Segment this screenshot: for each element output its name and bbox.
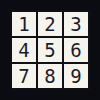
cell-r2c3[interactable]: 6 (64, 38, 88, 62)
cell-r3c1[interactable]: 7 (12, 64, 36, 88)
cell-r2c1[interactable]: 4 (12, 38, 36, 62)
cell-r1c2[interactable]: 2 (38, 12, 62, 36)
cell-r3c2[interactable]: 8 (38, 64, 62, 88)
board: 1 2 3 4 5 6 7 8 9 (10, 10, 90, 90)
cell-r1c3[interactable]: 3 (64, 12, 88, 36)
cell-r2c2[interactable]: 5 (38, 38, 62, 62)
cell-r3c3[interactable]: 9 (64, 64, 88, 88)
cell-r1c1[interactable]: 1 (12, 12, 36, 36)
